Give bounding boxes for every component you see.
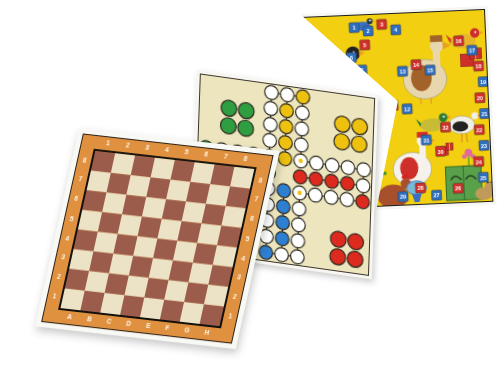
coord-label: 1 — [52, 293, 57, 300]
stork-leg — [466, 133, 467, 142]
coord-label: C — [106, 319, 112, 326]
path-tile: 3 — [377, 19, 387, 29]
path-tile: 6 — [346, 52, 356, 62]
coord-label: 6 — [204, 152, 209, 159]
ludo-track-circle — [324, 190, 338, 206]
chess-square — [208, 265, 232, 287]
product-photo-board-game-set: 1234567891011121314151617181920212223242… — [0, 0, 500, 391]
bird-tail — [416, 119, 421, 128]
chess-square — [204, 285, 228, 307]
ludo-corner-circle-green — [238, 102, 254, 120]
ludo-home-circle-red — [293, 169, 307, 185]
path-tile: 16 — [453, 36, 463, 46]
path-tile-number: 17 — [469, 48, 475, 54]
path-tile: 21 — [479, 108, 489, 118]
path-tile: 28 — [415, 183, 425, 193]
rooster-leg — [389, 208, 390, 209]
path-tile-number: 12 — [404, 106, 410, 112]
ludo-corner-circle-red — [330, 230, 346, 248]
path-tile-number: 23 — [481, 143, 487, 149]
coord-label: 7 — [78, 177, 83, 184]
path-tile: 5 — [360, 40, 370, 50]
goose-hat — [430, 35, 443, 42]
ludo-track-circle — [264, 101, 278, 117]
coord-label: 5 — [69, 215, 74, 222]
coord-label: 4 — [241, 255, 246, 262]
path-tile-number: 26 — [455, 186, 461, 192]
ludo-track-circle — [295, 105, 309, 121]
chess-border: 12345678 ABCDEFGH 87654321 87654321 — [41, 133, 274, 343]
coord-label: H — [204, 330, 210, 337]
path-tile-number: 29 — [400, 194, 406, 200]
ludo-track-circle — [280, 87, 294, 103]
path-tile: 32 — [440, 122, 450, 132]
path-tile-number: 8 — [349, 82, 352, 88]
coord-label: 2 — [56, 274, 61, 281]
path-tile: 19 — [478, 77, 488, 87]
coord-label: A — [66, 314, 72, 321]
path-tile-number: 32 — [442, 124, 448, 130]
coord-label: F — [165, 325, 170, 332]
ludo-corner-circle-yellow — [334, 133, 350, 151]
chess-square — [226, 186, 250, 208]
coord-label: 3 — [60, 254, 65, 261]
coord-label: 5 — [184, 149, 189, 156]
path-tile-number: 20 — [477, 95, 483, 101]
path-tile-number: 28 — [417, 185, 423, 191]
path-tile-number: 1 — [352, 25, 355, 31]
ludo-track-circle — [291, 217, 305, 233]
ludo-start-circle-blue — [259, 245, 273, 261]
path-tile: 30 — [436, 146, 446, 156]
ludo-home-circle-red — [325, 174, 339, 190]
ludo-track-circle — [294, 137, 308, 153]
coord-label: E — [145, 323, 151, 330]
ludo-home-circle-blue — [276, 215, 290, 231]
coord-label: 3 — [145, 145, 150, 152]
path-tile: 26 — [453, 183, 463, 193]
goose-beak — [442, 41, 451, 49]
path-tile: 1 — [349, 22, 359, 32]
path-tile: 17 — [467, 45, 477, 55]
ludo-corner-circle-yellow — [352, 118, 368, 136]
ludo-track-circle — [309, 155, 323, 171]
ludo-home-circle-yellow — [279, 135, 293, 151]
path-tile-number: 24 — [476, 159, 482, 165]
ludo-corner-circle-yellow — [351, 135, 367, 153]
ludo-track-circle — [263, 133, 277, 149]
chess-square — [217, 226, 241, 248]
figure-red-breasted-bird — [314, 46, 365, 78]
ludo-track-circle — [357, 162, 371, 178]
path-tile-number: 19 — [480, 79, 486, 85]
path-tile: 25 — [478, 172, 488, 182]
ludo-track-circle — [325, 158, 339, 174]
ludo-track-circle — [291, 233, 305, 249]
path-tile-number: 25 — [480, 175, 486, 181]
path-tile: 12 — [402, 104, 412, 114]
path-tile: 24 — [474, 156, 484, 166]
coord-label: 8 — [82, 157, 87, 164]
ludo-home-circle-yellow — [278, 151, 292, 167]
path-tile-number: 31 — [423, 137, 429, 143]
bird-beak — [448, 115, 452, 119]
ludo-corner-circle-yellow — [334, 115, 350, 133]
path-tile: 13 — [397, 66, 407, 76]
ludo-corner-circle-green — [220, 117, 236, 135]
path-tile-square — [357, 65, 367, 75]
path-tile-number: 6 — [350, 55, 353, 61]
coord-label: 7 — [223, 154, 228, 161]
path-tile-square — [345, 79, 355, 89]
ludo-track-circle — [275, 247, 289, 263]
path-tile-number: 13 — [399, 69, 405, 75]
path-tile-number: 22 — [476, 127, 482, 133]
coord-label: 1 — [105, 140, 110, 147]
ludo-corner-circle-red — [347, 250, 363, 268]
ludo-corner-circle-green — [238, 119, 254, 137]
stork-head — [471, 112, 478, 119]
path-tile-number: 16 — [455, 38, 461, 44]
ludo-track-circle — [340, 192, 354, 208]
coord-label: B — [86, 316, 92, 323]
ludo-home-circle-blue — [276, 199, 290, 215]
ludo-corner-circle-green — [221, 99, 237, 117]
bird-beak — [373, 20, 376, 22]
ludo-track-circle — [264, 85, 278, 101]
ludo-track-circle — [308, 187, 322, 203]
stork-leg — [461, 133, 462, 142]
coord-label: 1 — [228, 313, 233, 320]
path-tile-number: 7 — [360, 67, 363, 73]
coord-label: 4 — [164, 147, 169, 154]
rooster-leg — [397, 208, 398, 209]
ludo-start-circle-red — [356, 194, 370, 210]
path-tile: 8 — [345, 79, 355, 89]
ludo-track-circle — [292, 201, 306, 217]
path-tile-number: 14 — [413, 62, 419, 68]
path-tile-number: 5 — [363, 42, 366, 48]
chess-board: 12345678 ABCDEFGH 87654321 87654321 — [35, 128, 280, 349]
ludo-start-circle-yellow — [296, 89, 310, 105]
path-tile: 4 — [391, 25, 401, 35]
coord-label: 7 — [254, 197, 259, 204]
path-tile-number: 4 — [394, 27, 397, 33]
coord-label: D — [126, 321, 132, 328]
path-tile: 11 — [388, 100, 398, 110]
path-tile-number: 21 — [481, 111, 487, 117]
chess-square — [213, 245, 237, 267]
ludo-track-circle — [295, 121, 309, 137]
ludo-track-circle — [290, 249, 304, 265]
path-tile-number: 11 — [390, 103, 396, 109]
chess-square — [221, 206, 245, 228]
path-tile: 31 — [421, 135, 431, 145]
path-tile: 2 — [363, 26, 373, 36]
ludo-track-circle — [341, 160, 355, 176]
ludo-home-circle-blue — [275, 231, 289, 247]
chess-square — [200, 304, 224, 326]
coord-label: G — [184, 328, 190, 335]
path-tile: 20 — [475, 93, 485, 103]
figure-yellow-duckling — [445, 28, 484, 49]
path-tile-square — [388, 100, 398, 110]
coord-label: 4 — [65, 235, 70, 242]
path-tile-number: 15 — [427, 67, 433, 73]
path-tile-number: 30 — [438, 149, 444, 155]
path-tile: 27 — [431, 190, 441, 200]
path-tile: 7 — [357, 65, 367, 75]
path-tile-number: 18 — [475, 63, 481, 69]
coord-label: 3 — [236, 274, 241, 281]
path-tile: 18 — [473, 61, 483, 71]
bird-beak — [359, 50, 365, 56]
path-tile-number: 3 — [380, 22, 383, 28]
ludo-home-circle-yellow — [280, 103, 294, 119]
ludo-home-circle-red — [340, 176, 354, 192]
chess-square — [230, 167, 254, 189]
ludo-corner-circle-red — [348, 233, 364, 251]
coord-label: 8 — [243, 156, 248, 163]
coord-label: 2 — [125, 143, 130, 150]
ludo-home-circle-yellow — [279, 119, 293, 135]
bird-beak — [479, 31, 483, 35]
ludo-corner-circle-red — [330, 248, 346, 266]
ludo-home-circle-red — [309, 171, 323, 187]
path-tile-number: 2 — [366, 28, 369, 34]
path-tile-number: 27 — [434, 192, 440, 198]
coord-label: 2 — [232, 294, 237, 301]
vase-base — [412, 194, 422, 203]
coord-label: 6 — [249, 216, 254, 223]
path-tile: 29 — [398, 192, 408, 202]
ludo-track-circle — [263, 117, 277, 133]
path-tile: 15 — [425, 65, 435, 75]
path-tile: 22 — [474, 124, 484, 134]
ludo-home-circle-blue — [277, 183, 291, 199]
bird-tail — [315, 56, 323, 70]
ludo-track-circle — [356, 178, 370, 194]
bird-tail — [446, 35, 452, 44]
path-tile: 23 — [479, 140, 489, 150]
coord-label: 6 — [73, 196, 78, 203]
coord-label: 8 — [258, 177, 263, 184]
coord-label: 5 — [245, 236, 250, 243]
path-tile: 14 — [411, 60, 421, 70]
